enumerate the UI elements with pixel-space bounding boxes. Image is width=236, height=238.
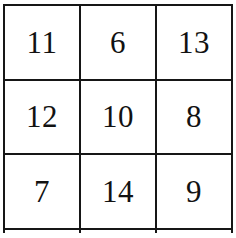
cell-r1c3[interactable]: 13 [157,6,231,79]
cell-r3c1[interactable]: 7 [5,155,79,228]
cell-value: 11 [27,27,58,58]
grid-line-stub [79,229,81,233]
cell-value: 6 [110,27,126,58]
grid-line-stub [3,229,5,233]
cell-r2c2[interactable]: 10 [81,81,155,154]
cell-value: 9 [186,176,202,207]
grid-line-stub [155,229,157,233]
cell-value: 8 [186,101,202,132]
grid-line-stub [231,229,233,233]
cell-value: 7 [34,176,50,207]
cell-r2c3[interactable]: 8 [157,81,231,154]
cell-r3c3[interactable]: 9 [157,155,231,228]
cell-r1c1[interactable]: 11 [5,6,79,79]
cell-value: 14 [102,176,134,207]
cell-value: 13 [178,27,210,58]
cell-value: 10 [102,101,134,132]
cell-value: 12 [26,101,58,132]
cell-r1c2[interactable]: 6 [81,6,155,79]
cell-r2c1[interactable]: 12 [5,81,79,154]
cell-r3c2[interactable]: 14 [81,155,155,228]
magic-square-board: 11 6 13 12 10 8 7 14 9 [3,4,233,230]
